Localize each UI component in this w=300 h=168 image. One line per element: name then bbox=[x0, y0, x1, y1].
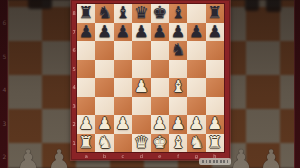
square-a7[interactable]: ♟ bbox=[77, 23, 95, 42]
square-c1[interactable] bbox=[114, 134, 132, 153]
black-pawn-icon[interactable]: ♟ bbox=[171, 22, 186, 40]
square-h6[interactable] bbox=[206, 41, 224, 60]
square-d7[interactable]: ♟ bbox=[132, 23, 150, 42]
file-label-e: e bbox=[151, 152, 169, 160]
square-h1[interactable]: ♜ bbox=[206, 134, 224, 153]
square-a3[interactable] bbox=[77, 97, 95, 116]
square-f4[interactable]: ♝ bbox=[169, 78, 187, 97]
square-d1[interactable]: ♛ bbox=[132, 134, 150, 153]
square-a2[interactable]: ♟ bbox=[77, 115, 95, 134]
file-label-c: c bbox=[114, 152, 132, 160]
square-d4[interactable]: ♟ bbox=[132, 78, 150, 97]
square-c4[interactable] bbox=[114, 78, 132, 97]
white-rook-icon[interactable]: ♜ bbox=[79, 133, 94, 151]
square-b5[interactable] bbox=[95, 60, 113, 79]
file-label-d: d bbox=[132, 152, 150, 160]
white-pawn-icon[interactable]: ♟ bbox=[207, 115, 222, 133]
square-a4[interactable] bbox=[77, 78, 95, 97]
white-king-icon[interactable]: ♚ bbox=[152, 133, 167, 151]
black-pawn-icon[interactable]: ♟ bbox=[97, 22, 112, 40]
square-h7[interactable]: ♟ bbox=[206, 23, 224, 42]
black-pawn-icon[interactable]: ♟ bbox=[134, 22, 149, 40]
file-label-a: a bbox=[77, 152, 95, 160]
square-f6[interactable]: ♞ bbox=[169, 41, 187, 60]
square-e7[interactable]: ♟ bbox=[151, 23, 169, 42]
square-a6[interactable] bbox=[77, 41, 95, 60]
square-e1[interactable]: ♚ bbox=[151, 134, 169, 153]
black-bishop-icon[interactable]: ♝ bbox=[116, 4, 131, 22]
square-f5[interactable] bbox=[169, 60, 187, 79]
square-g5[interactable] bbox=[187, 60, 205, 79]
square-b8[interactable]: ♞ bbox=[95, 4, 113, 23]
square-b7[interactable]: ♟ bbox=[95, 23, 113, 42]
black-bishop-icon[interactable]: ♝ bbox=[171, 4, 186, 22]
black-king-icon[interactable]: ♚ bbox=[152, 4, 167, 22]
square-f1[interactable]: ♝ bbox=[169, 134, 187, 153]
white-knight-icon[interactable]: ♞ bbox=[97, 133, 112, 151]
white-pawn-icon[interactable]: ♟ bbox=[152, 115, 167, 133]
black-knight-icon[interactable]: ♞ bbox=[97, 4, 112, 22]
chess-board: 87654321 abcdefgh ♜♞♝♛♚♝♜♟♟♟♟♟♟♟♟♞♟♝♟♟♟♟… bbox=[71, 0, 230, 160]
black-knight-icon[interactable]: ♞ bbox=[171, 41, 186, 59]
file-label-b: b bbox=[95, 152, 113, 160]
black-pawn-icon[interactable]: ♟ bbox=[116, 22, 131, 40]
square-h2[interactable]: ♟ bbox=[206, 115, 224, 134]
white-pawn-icon[interactable]: ♟ bbox=[97, 115, 112, 133]
square-c7[interactable]: ♟ bbox=[114, 23, 132, 42]
square-b6[interactable] bbox=[95, 41, 113, 60]
square-e8[interactable]: ♚ bbox=[151, 4, 169, 23]
square-b1[interactable]: ♞ bbox=[95, 134, 113, 153]
white-pawn-icon[interactable]: ♟ bbox=[79, 115, 94, 133]
square-g1[interactable]: ♞ bbox=[187, 134, 205, 153]
square-c6[interactable] bbox=[114, 41, 132, 60]
white-queen-icon[interactable]: ♛ bbox=[134, 133, 149, 151]
square-b2[interactable]: ♟ bbox=[95, 115, 113, 134]
black-pawn-icon[interactable]: ♟ bbox=[79, 22, 94, 40]
black-queen-icon[interactable]: ♛ bbox=[134, 4, 149, 22]
video-frame: ♟ ♟ ♟ ♟ 65432 87654321 abcdefgh ♜♞♝♛♚♝♜♟… bbox=[0, 0, 300, 168]
square-e3[interactable] bbox=[151, 97, 169, 116]
white-bishop-icon[interactable]: ♝ bbox=[171, 78, 186, 96]
square-e5[interactable] bbox=[151, 60, 169, 79]
white-bishop-icon[interactable]: ♝ bbox=[171, 133, 186, 151]
square-d2[interactable] bbox=[132, 115, 150, 134]
square-a5[interactable] bbox=[77, 60, 95, 79]
white-pawn-icon[interactable]: ♟ bbox=[134, 78, 149, 96]
square-f3[interactable] bbox=[169, 97, 187, 116]
square-g2[interactable]: ♟ bbox=[187, 115, 205, 134]
white-knight-icon[interactable]: ♞ bbox=[189, 133, 204, 151]
black-pawn-icon[interactable]: ♟ bbox=[207, 22, 222, 40]
watermark bbox=[199, 158, 231, 165]
white-pawn-icon[interactable]: ♟ bbox=[189, 115, 204, 133]
square-e4[interactable] bbox=[151, 78, 169, 97]
square-a8[interactable]: ♜ bbox=[77, 4, 95, 23]
white-pawn-icon[interactable]: ♟ bbox=[171, 115, 186, 133]
square-g6[interactable] bbox=[187, 41, 205, 60]
square-e2[interactable]: ♟ bbox=[151, 115, 169, 134]
square-f7[interactable]: ♟ bbox=[169, 23, 187, 42]
board-grid: ♜♞♝♛♚♝♜♟♟♟♟♟♟♟♟♞♟♝♟♟♟♟♟♟♟♜♞♛♚♝♞♜ bbox=[77, 4, 224, 152]
square-a1[interactable]: ♜ bbox=[77, 134, 95, 153]
square-h5[interactable] bbox=[206, 60, 224, 79]
square-c5[interactable] bbox=[114, 60, 132, 79]
square-c3[interactable] bbox=[114, 97, 132, 116]
white-pawn-icon[interactable]: ♟ bbox=[116, 115, 131, 133]
square-e6[interactable] bbox=[151, 41, 169, 60]
white-rook-icon[interactable]: ♜ bbox=[207, 133, 222, 151]
square-g7[interactable]: ♟ bbox=[187, 23, 205, 42]
square-g4[interactable] bbox=[187, 78, 205, 97]
square-d3[interactable] bbox=[132, 97, 150, 116]
square-d6[interactable] bbox=[132, 41, 150, 60]
file-label-f: f bbox=[169, 152, 187, 160]
square-f2[interactable]: ♟ bbox=[169, 115, 187, 134]
square-h4[interactable] bbox=[206, 78, 224, 97]
black-rook-icon[interactable]: ♜ bbox=[207, 4, 222, 22]
black-pawn-icon[interactable]: ♟ bbox=[152, 22, 167, 40]
square-g3[interactable] bbox=[187, 97, 205, 116]
square-c8[interactable]: ♝ bbox=[114, 4, 132, 23]
square-b4[interactable] bbox=[95, 78, 113, 97]
square-f8[interactable]: ♝ bbox=[169, 4, 187, 23]
square-h3[interactable] bbox=[206, 97, 224, 116]
square-c2[interactable]: ♟ bbox=[114, 115, 132, 134]
square-h8[interactable]: ♜ bbox=[206, 4, 224, 23]
square-g8[interactable] bbox=[187, 4, 205, 23]
square-d8[interactable]: ♛ bbox=[132, 4, 150, 23]
black-rook-icon[interactable]: ♜ bbox=[79, 4, 94, 22]
square-d5[interactable] bbox=[132, 60, 150, 79]
square-b3[interactable] bbox=[95, 97, 113, 116]
black-pawn-icon[interactable]: ♟ bbox=[189, 22, 204, 40]
